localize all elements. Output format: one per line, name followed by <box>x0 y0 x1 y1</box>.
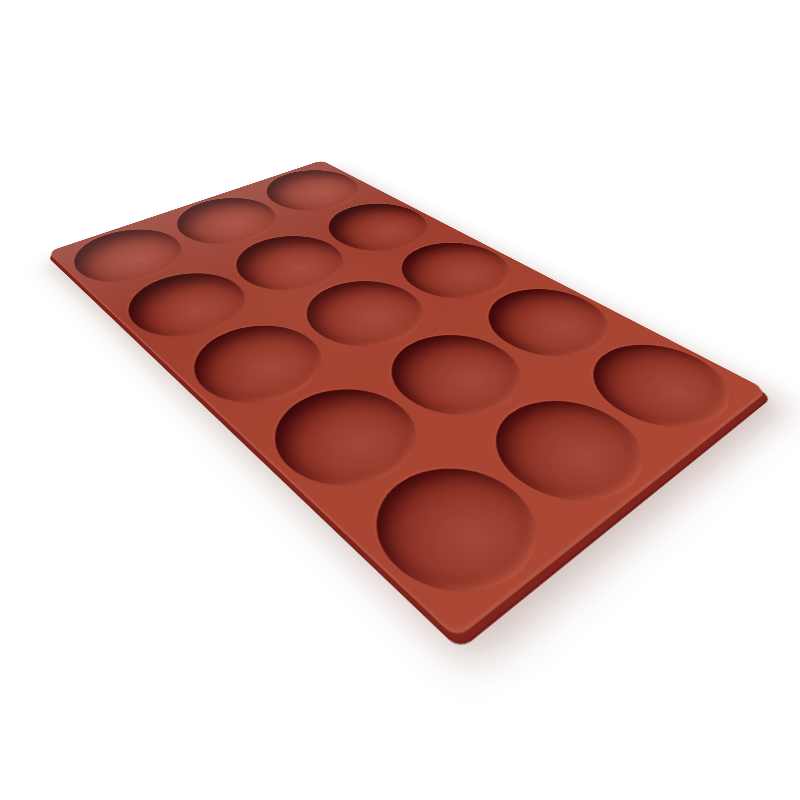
cavity-grid <box>49 160 765 634</box>
product-photo <box>0 0 800 800</box>
baking-mold <box>49 160 765 634</box>
mold-body <box>49 160 765 634</box>
